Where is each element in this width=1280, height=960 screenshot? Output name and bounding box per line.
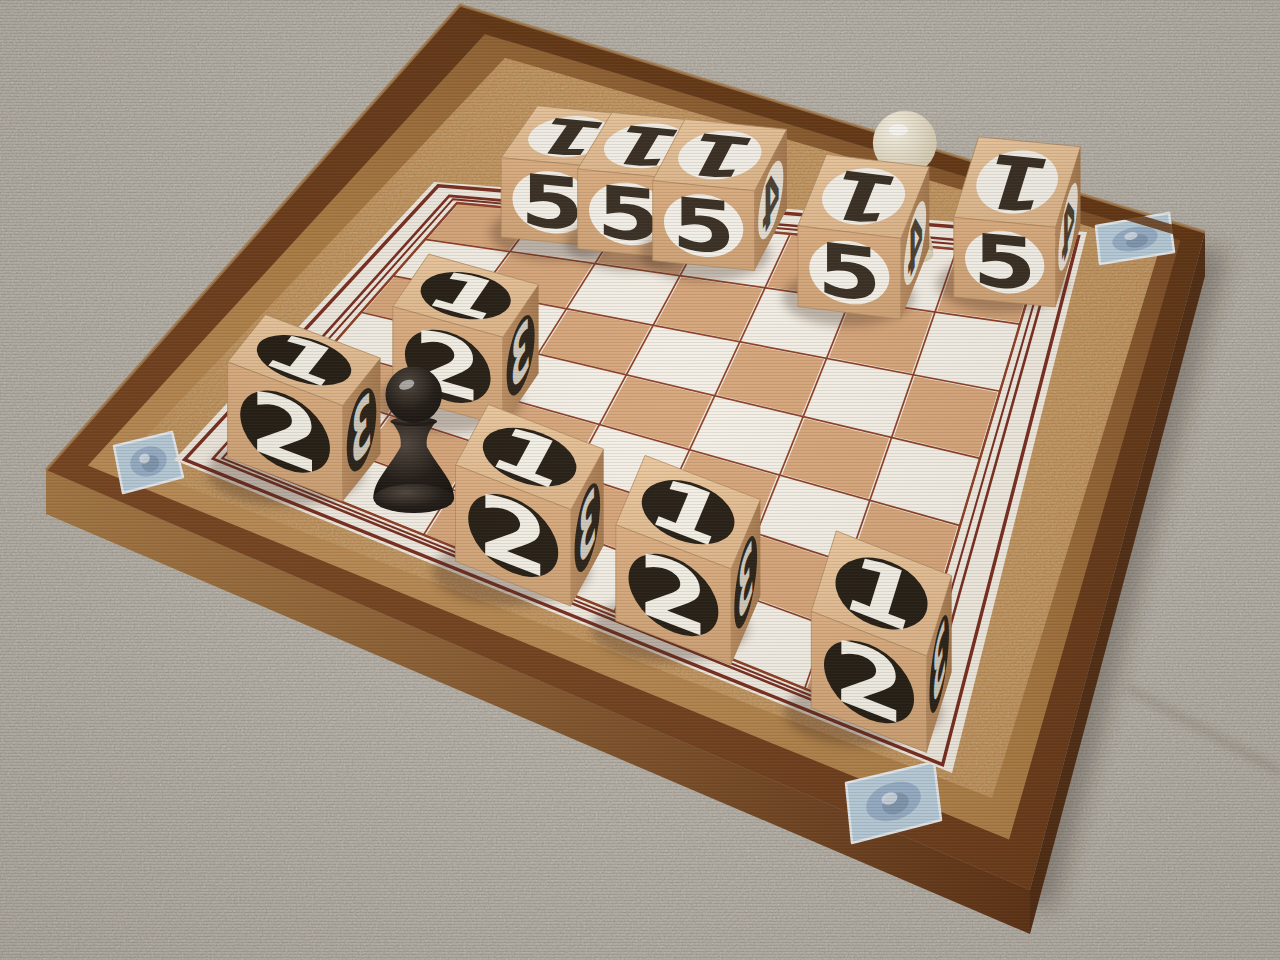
svg-text:5: 5 — [672, 181, 736, 271]
board-game-photo: 154154154154154123123123123123 — [0, 0, 1280, 960]
scene-svg: 154154154154154123123123123123 — [0, 0, 1280, 960]
svg-text:5: 5 — [817, 226, 881, 319]
svg-text:5: 5 — [973, 217, 1037, 307]
